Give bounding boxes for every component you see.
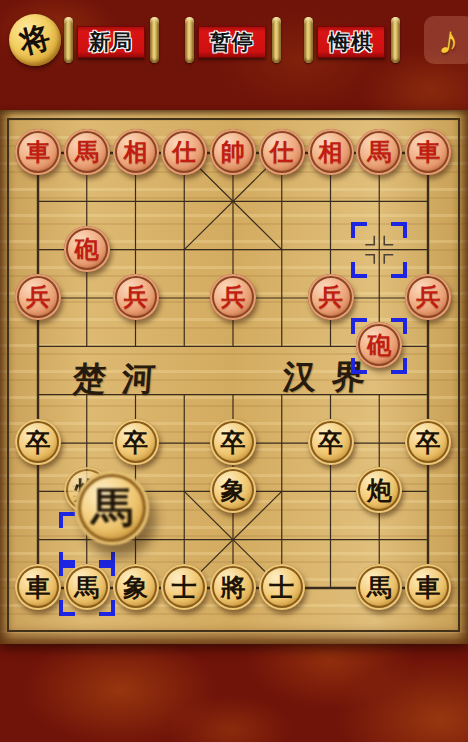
piece-black-elephant[interactable]: 象 bbox=[113, 564, 159, 610]
xiangqi-app-screen: 将 新局 暂停 悔棋 ♪ 楚河 汉界 車馬相仕帥仕相馬車砲兵兵兵兵兵砲卒卒卒卒卒… bbox=[0, 0, 468, 742]
piece-red-advisor[interactable]: 仕 bbox=[161, 129, 207, 175]
piece-red-cannon[interactable]: 砲 bbox=[64, 226, 110, 272]
piece-red-soldier[interactable]: 兵 bbox=[15, 274, 61, 320]
piece-black-elephant[interactable]: 象 bbox=[210, 467, 256, 513]
piece-black-soldier[interactable]: 卒 bbox=[15, 419, 61, 465]
piece-red-general[interactable]: 帥 bbox=[210, 129, 256, 175]
piece-black-horse[interactable]: 馬 bbox=[356, 564, 402, 610]
piece-black-horse[interactable]: 馬 bbox=[64, 564, 110, 610]
piece-red-chariot[interactable]: 車 bbox=[405, 129, 451, 175]
piece-red-elephant[interactable]: 相 bbox=[113, 129, 159, 175]
piece-black-soldier[interactable]: 卒 bbox=[308, 419, 354, 465]
piece-red-horse[interactable]: 馬 bbox=[64, 129, 110, 175]
piece-black-soldier[interactable]: 卒 bbox=[210, 419, 256, 465]
piece-black-cannon[interactable]: 炮 bbox=[356, 467, 402, 513]
piece-black-advisor[interactable]: 士 bbox=[259, 564, 305, 610]
piece-layer: 車馬相仕帥仕相馬車砲兵兵兵兵兵砲卒卒卒卒卒炮象炮車馬象士將士馬車馬 bbox=[0, 0, 468, 742]
piece-red-chariot[interactable]: 車 bbox=[15, 129, 61, 175]
piece-red-soldier[interactable]: 兵 bbox=[405, 274, 451, 320]
piece-red-advisor[interactable]: 仕 bbox=[259, 129, 305, 175]
piece-red-soldier[interactable]: 兵 bbox=[308, 274, 354, 320]
piece-red-soldier[interactable]: 兵 bbox=[113, 274, 159, 320]
floating-lifted-piece-black-horse: 馬 bbox=[75, 471, 149, 545]
piece-black-soldier[interactable]: 卒 bbox=[113, 419, 159, 465]
piece-black-chariot[interactable]: 車 bbox=[405, 564, 451, 610]
piece-red-horse[interactable]: 馬 bbox=[356, 129, 402, 175]
piece-black-advisor[interactable]: 士 bbox=[161, 564, 207, 610]
piece-red-soldier[interactable]: 兵 bbox=[210, 274, 256, 320]
piece-black-soldier[interactable]: 卒 bbox=[405, 419, 451, 465]
piece-black-chariot[interactable]: 車 bbox=[15, 564, 61, 610]
piece-black-general[interactable]: 將 bbox=[210, 564, 256, 610]
piece-red-elephant[interactable]: 相 bbox=[308, 129, 354, 175]
piece-red-cannon[interactable]: 砲 bbox=[356, 322, 402, 368]
